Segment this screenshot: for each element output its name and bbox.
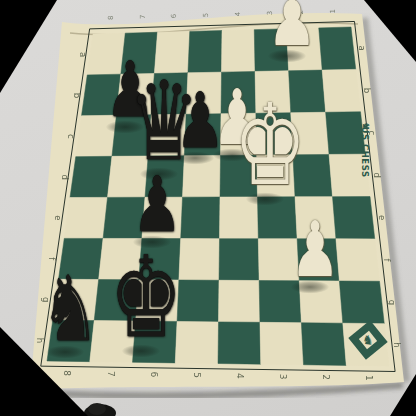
square-g2 [299,281,343,323]
file-label-right-d: d [372,173,382,178]
square-e1 [333,197,375,239]
square-b1 [322,69,360,112]
brand-text: US CHESS [360,126,370,177]
square-c3 [256,113,293,155]
file-label-right-g: g [387,300,397,305]
file-label-left-h: h [35,338,45,343]
rank-label-top-1: 1 [329,9,337,13]
file-label-left-e: e [53,215,63,220]
rank-label-bottom-7: 7 [106,371,116,377]
square-h4 [218,322,261,364]
file-label-left-d: d [60,174,70,179]
square-d5 [183,155,221,197]
square-d7 [108,156,149,197]
rank-label-top-2: 2 [297,10,305,14]
square-b6 [151,73,188,115]
square-b7 [116,74,154,116]
square-f3 [258,239,299,281]
square-h2 [301,323,346,366]
square-d8 [70,156,112,197]
file-label-left-b: b [72,93,82,98]
square-e8 [64,197,107,238]
chessboard-photo: abcdefghabcdefgh8765432187654321 ♞ US CH… [0,0,416,416]
square-e7 [103,197,145,238]
rank-label-bottom-2: 2 [321,374,331,380]
square-a7 [121,32,158,74]
file-label-left-g: g [41,297,51,302]
file-label-right-a: a [357,45,367,50]
rank-label-top-3: 3 [266,11,274,15]
square-c6 [148,114,186,156]
square-a6 [154,31,189,73]
square-f2 [297,239,339,281]
square-b2 [289,70,326,113]
square-d3 [257,155,295,197]
square-h8 [47,320,94,362]
file-label-left-a: a [78,52,88,57]
corner-logo-knight-icon: ♞ [361,332,374,348]
square-c2 [291,112,329,155]
square-f1 [336,239,380,281]
rank-label-bottom-1: 1 [364,375,374,381]
square-e5 [181,197,220,239]
square-a1 [319,27,356,70]
square-f5 [179,239,220,281]
square-b5 [186,72,221,114]
square-b4 [221,71,256,113]
square-a3 [254,29,288,72]
square-g8 [53,279,99,320]
square-b3 [255,71,291,114]
rank-label-bottom-4: 4 [235,373,245,379]
square-d4 [220,155,258,197]
rank-label-top-6: 6 [170,13,178,18]
square-h7 [90,321,136,363]
square-c4 [221,113,257,155]
board-squares [47,27,389,366]
square-g4 [219,280,260,322]
rank-label-top-4: 4 [234,11,242,16]
brand-block: ♞ US CHESS [360,122,372,178]
rank-label-bottom-3: 3 [278,374,288,380]
square-c1 [326,112,366,155]
file-label-right-b: b [362,88,372,93]
square-h3 [260,322,304,364]
square-c8 [76,115,117,156]
square-a4 [222,30,256,73]
file-label-right-e: e [377,215,387,220]
square-e4 [220,197,259,239]
square-e2 [295,197,336,239]
square-a5 [188,31,222,73]
square-c7 [112,115,151,157]
square-g1 [339,281,384,324]
square-a2 [287,28,323,71]
square-f6 [139,239,181,281]
square-g7 [94,280,139,322]
rank-label-top-7: 7 [139,15,147,19]
file-label-left-c: c [66,134,76,139]
square-g6 [136,280,179,322]
offboard-piece-top [88,403,106,415]
square-h6 [133,321,178,363]
square-g3 [259,281,301,323]
rank-label-top-5: 5 [202,13,210,17]
square-a8 [87,33,125,75]
square-d6 [145,156,184,198]
square-e6 [142,197,183,238]
square-e3 [258,197,298,239]
file-label-right-h: h [392,342,402,347]
square-h5 [175,321,218,363]
square-b8 [82,74,121,116]
square-f7 [99,238,142,279]
square-c5 [184,114,221,156]
rank-label-bottom-5: 5 [192,372,202,378]
square-g5 [177,280,219,322]
square-f8 [59,238,104,279]
rank-label-top-8: 8 [107,16,115,20]
rank-label-bottom-8: 8 [62,370,72,376]
square-f4 [219,239,259,281]
square-d2 [293,154,333,196]
rank-label-bottom-6: 6 [149,372,159,378]
